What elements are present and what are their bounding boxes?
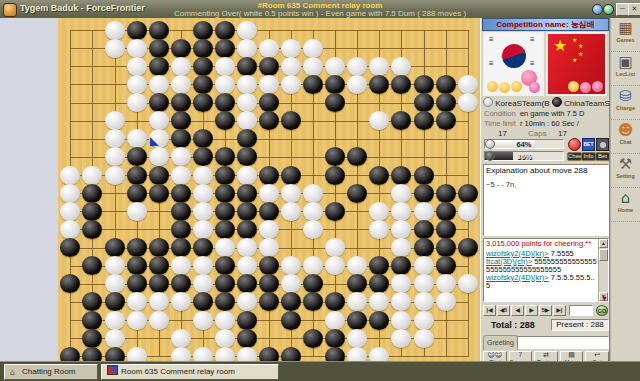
black-stone bbox=[347, 311, 367, 330]
black-stone bbox=[105, 292, 125, 311]
sequence-icon: ? bbox=[510, 352, 532, 359]
black-stone bbox=[414, 238, 434, 257]
white-stone bbox=[281, 256, 301, 275]
greeting-row: Greeting bbox=[483, 335, 609, 350]
white-stone bbox=[105, 39, 125, 58]
black-stone bbox=[127, 238, 147, 257]
chat-message: ttcat(3D)(ch)> 5555555555555555555555555… bbox=[484, 258, 599, 274]
white-stone bbox=[171, 256, 191, 275]
white-stone bbox=[458, 93, 478, 112]
black-stone bbox=[458, 184, 478, 203]
white-stone bbox=[347, 329, 367, 348]
white-stone bbox=[458, 274, 478, 293]
white-stone bbox=[303, 184, 323, 203]
black-stone bbox=[215, 93, 235, 112]
black-stone bbox=[60, 274, 80, 293]
black-cheer-knob[interactable] bbox=[485, 151, 495, 161]
nav-back-button[interactable]: ◀ bbox=[511, 305, 524, 316]
black-stone bbox=[325, 147, 345, 166]
white-stone bbox=[149, 311, 169, 330]
white-stone bbox=[60, 202, 80, 221]
black-stone bbox=[436, 238, 456, 257]
chat-input[interactable] bbox=[517, 336, 609, 349]
black-stone bbox=[237, 147, 257, 166]
white-stone bbox=[193, 274, 213, 293]
explanation-title: Explanation about move 288 bbox=[484, 165, 608, 176]
black-stone bbox=[193, 129, 213, 148]
white-stone bbox=[149, 147, 169, 166]
white-stone bbox=[105, 329, 125, 348]
white-stone bbox=[259, 39, 279, 58]
charge-icon: ⛁ bbox=[611, 88, 640, 105]
black-cheer-bar[interactable]: 36% bbox=[484, 151, 564, 161]
black-stone bbox=[82, 329, 102, 348]
white-stone bbox=[259, 238, 279, 257]
white-stone bbox=[193, 184, 213, 203]
close-button[interactable]: ✕ bbox=[628, 3, 640, 16]
white-stone bbox=[237, 256, 257, 275]
black-stone bbox=[127, 147, 147, 166]
bet-info-icon: BET bbox=[582, 138, 595, 151]
black-stone bbox=[237, 129, 257, 148]
competition-name-header: Competition name: 농심배 bbox=[482, 18, 609, 31]
white-stone bbox=[303, 256, 323, 275]
black-stone bbox=[436, 75, 456, 94]
white-stone bbox=[171, 147, 191, 166]
black-stone bbox=[303, 329, 323, 348]
black-stone bbox=[325, 75, 345, 94]
white-stone bbox=[259, 75, 279, 94]
red-down-arrow-icon: ▼ bbox=[601, 295, 608, 302]
black-stone bbox=[391, 75, 411, 94]
black-stone bbox=[215, 184, 235, 203]
sidebar-leclist-button[interactable]: ▣LecList bbox=[611, 52, 640, 86]
white-stone bbox=[215, 57, 235, 76]
white-stone-icon bbox=[483, 97, 493, 107]
white-captures: 17 bbox=[498, 129, 507, 138]
black-stone bbox=[237, 57, 257, 76]
white-stone bbox=[391, 274, 411, 293]
black-stone bbox=[149, 21, 169, 40]
black-stone bbox=[391, 256, 411, 275]
sidebar-chat-button[interactable]: ☻Chat bbox=[611, 120, 640, 154]
black-stone bbox=[458, 238, 478, 257]
black-stone bbox=[436, 202, 456, 221]
cheer-ball-icon bbox=[568, 138, 581, 151]
chat-username[interactable]: wizofsky2(4D)(kr)> bbox=[486, 273, 549, 282]
white-stone bbox=[458, 75, 478, 94]
white-stone bbox=[281, 57, 301, 76]
white-stone bbox=[105, 147, 125, 166]
scroll-up-icon[interactable]: ▲ bbox=[599, 239, 608, 248]
black-stone bbox=[149, 256, 169, 275]
black-stone bbox=[303, 274, 323, 293]
black-stone bbox=[237, 202, 257, 221]
white-stone bbox=[171, 166, 191, 185]
black-stone bbox=[259, 111, 279, 130]
move-number-input[interactable] bbox=[569, 305, 593, 316]
white-stone bbox=[303, 39, 323, 58]
white-stone bbox=[414, 329, 434, 348]
white-stone bbox=[237, 111, 257, 130]
white-stone bbox=[281, 202, 301, 221]
chat-icon: ☻ bbox=[611, 122, 640, 139]
white-stone bbox=[259, 184, 279, 203]
black-stone bbox=[215, 292, 235, 311]
review-icon: ⇄ bbox=[535, 352, 557, 359]
black-stone bbox=[259, 166, 279, 185]
black-stone bbox=[281, 166, 301, 185]
white-stone bbox=[193, 202, 213, 221]
white-stone bbox=[171, 57, 191, 76]
black-stone bbox=[82, 220, 102, 239]
nav-first-button[interactable]: |◀ bbox=[483, 305, 496, 316]
white-stone bbox=[127, 292, 147, 311]
black-cheer-pct: 36% bbox=[485, 152, 563, 161]
black-stone bbox=[237, 311, 257, 330]
black-stone bbox=[60, 238, 80, 257]
white-stone bbox=[237, 238, 257, 257]
white-stone bbox=[281, 274, 301, 293]
white-stone bbox=[281, 39, 301, 58]
chat-scrollbar[interactable]: ▲ ▼ ▼ bbox=[598, 239, 608, 301]
white-stone bbox=[458, 202, 478, 221]
black-stone bbox=[325, 202, 345, 221]
time-limit-row: Time limit r 10min : 60 Sec / bbox=[484, 119, 608, 129]
white-stone bbox=[193, 220, 213, 239]
black-stone bbox=[215, 166, 235, 185]
black-stone bbox=[149, 39, 169, 58]
sidebar-home-button[interactable]: ⌂Home bbox=[611, 188, 640, 222]
sidebar-setting-button[interactable]: ⚒Setting bbox=[611, 154, 640, 188]
black-stone-icon bbox=[552, 97, 562, 107]
white-stone bbox=[414, 274, 434, 293]
info-button[interactable]: BET Info bbox=[581, 138, 596, 161]
black-stone bbox=[215, 202, 235, 221]
white-stone bbox=[347, 256, 367, 275]
black-stone bbox=[171, 93, 191, 112]
black-stone bbox=[347, 184, 367, 203]
games-icon: ▦ bbox=[611, 20, 640, 37]
black-stone bbox=[82, 256, 102, 275]
black-stone bbox=[414, 184, 434, 203]
go-board[interactable] bbox=[58, 18, 480, 362]
black-stone bbox=[149, 57, 169, 76]
black-stone bbox=[82, 202, 102, 221]
black-stone bbox=[215, 21, 235, 40]
white-stone bbox=[82, 166, 102, 185]
go-button[interactable]: GO bbox=[596, 305, 608, 316]
black-stone bbox=[127, 184, 147, 203]
white-cheer-knob[interactable] bbox=[485, 139, 495, 149]
black-stone bbox=[105, 238, 125, 257]
black-stone bbox=[414, 75, 434, 94]
black-stone bbox=[303, 75, 323, 94]
app-window: Tygem Baduk - ForceFrontier #Room 635 Co… bbox=[0, 0, 640, 381]
black-stone bbox=[281, 292, 301, 311]
white-stone bbox=[149, 111, 169, 130]
black-stone bbox=[193, 93, 213, 112]
greeting-tab[interactable]: Greeting bbox=[483, 335, 518, 350]
black-stone bbox=[127, 21, 147, 40]
sidebar-games-button[interactable]: ▦Games bbox=[611, 18, 640, 52]
white-stone bbox=[303, 220, 323, 239]
black-stone bbox=[391, 111, 411, 130]
white-stone bbox=[105, 256, 125, 275]
black-stone bbox=[259, 93, 279, 112]
game-status-line: Commenting Over( white 0.5 points win ) … bbox=[100, 9, 540, 18]
black-stone bbox=[237, 274, 257, 293]
white-stone bbox=[391, 238, 411, 257]
black-stone bbox=[193, 21, 213, 40]
white-stone bbox=[105, 166, 125, 185]
black-stone bbox=[347, 274, 367, 293]
black-stone bbox=[193, 75, 213, 94]
black-stone bbox=[414, 93, 434, 112]
black-stone bbox=[325, 329, 345, 348]
black-stone bbox=[259, 292, 279, 311]
white-stone bbox=[127, 129, 147, 148]
white-stone bbox=[215, 329, 235, 348]
black-stone bbox=[193, 39, 213, 58]
white-stone bbox=[391, 329, 411, 348]
move-totals: Total : 288 Present : 288 bbox=[483, 319, 609, 332]
white-stone bbox=[237, 39, 257, 58]
white-stone bbox=[193, 256, 213, 275]
black-captures: 17 bbox=[558, 129, 567, 138]
black-stone bbox=[127, 274, 147, 293]
black-stone bbox=[237, 220, 257, 239]
home-icon: ⌂ bbox=[10, 369, 19, 377]
black-stone bbox=[281, 311, 301, 330]
white-stone bbox=[347, 75, 367, 94]
nav-back5-button[interactable]: ◀5 bbox=[497, 305, 510, 316]
white-stone bbox=[369, 292, 389, 311]
white-stone bbox=[215, 75, 235, 94]
white-stone bbox=[281, 75, 301, 94]
scroll-thumb[interactable] bbox=[599, 249, 608, 261]
present-move: Present : 288 bbox=[551, 319, 609, 331]
tab-room-635[interactable]: Room 635 Comment relay room bbox=[101, 364, 279, 380]
cheer-chat-box[interactable]: 3,015,000 points for cheering.** wizofsk… bbox=[483, 238, 609, 302]
white-stone bbox=[127, 93, 147, 112]
white-stone bbox=[369, 220, 389, 239]
white-stone bbox=[391, 57, 411, 76]
black-stone bbox=[259, 274, 279, 293]
china-star-icon: ★ bbox=[553, 36, 567, 55]
black-stone bbox=[193, 57, 213, 76]
white-stone bbox=[127, 57, 147, 76]
white-stone bbox=[325, 238, 345, 257]
nav-forward5-button[interactable]: 5▶ bbox=[539, 305, 552, 316]
condition-row: Condition en game with 7.5 D bbox=[484, 109, 608, 119]
leclist-icon: ▣ bbox=[611, 54, 640, 71]
white-stone bbox=[347, 57, 367, 76]
nav-last-button[interactable]: ▶| bbox=[553, 305, 566, 316]
black-stone bbox=[391, 166, 411, 185]
black-stone bbox=[237, 184, 257, 203]
left-gutter bbox=[0, 18, 58, 362]
white-stone bbox=[60, 184, 80, 203]
korea-flag: ≡ ≡ ≡ ≡ bbox=[483, 32, 544, 96]
black-stone bbox=[215, 147, 235, 166]
white-stone bbox=[414, 256, 434, 275]
white-stone bbox=[414, 292, 434, 311]
white-stone bbox=[105, 311, 125, 330]
black-stone bbox=[215, 274, 235, 293]
black-stone bbox=[436, 93, 456, 112]
blue-orb-icon[interactable] bbox=[592, 4, 603, 15]
black-stone bbox=[193, 147, 213, 166]
white-stone bbox=[369, 202, 389, 221]
white-stone bbox=[325, 57, 345, 76]
quit-icon: ↩ bbox=[586, 352, 608, 359]
setting-icon: ⚒ bbox=[611, 156, 640, 173]
black-stone bbox=[149, 238, 169, 257]
black-stone bbox=[369, 75, 389, 94]
white-stone bbox=[436, 292, 456, 311]
menu-icon: ▤ bbox=[561, 352, 583, 359]
black-stone bbox=[281, 111, 301, 130]
black-stone bbox=[259, 202, 279, 221]
move-navigation: |◀◀5◀▶5▶▶| GO bbox=[483, 305, 609, 317]
black-stone bbox=[325, 292, 345, 311]
white-stone bbox=[127, 39, 147, 58]
white-stone bbox=[237, 292, 257, 311]
chat-message-list: wizofsky2(4D)(kr)> 7.5555ttcat(3D)(ch)> … bbox=[484, 250, 599, 290]
sidebar-charge-button[interactable]: ⛁Charge bbox=[611, 86, 640, 120]
white-stone bbox=[215, 238, 235, 257]
white-stone bbox=[391, 184, 411, 203]
last-move-marker bbox=[150, 137, 159, 146]
white-stone bbox=[127, 75, 147, 94]
black-stone bbox=[82, 311, 102, 330]
black-stone bbox=[414, 220, 434, 239]
black-stone bbox=[171, 129, 191, 148]
taegeuk-icon bbox=[502, 44, 526, 68]
black-stone bbox=[215, 111, 235, 130]
app-icon bbox=[3, 3, 17, 17]
white-stone bbox=[105, 111, 125, 130]
black-stone bbox=[171, 202, 191, 221]
white-stone bbox=[127, 202, 147, 221]
chat-message: wizofsky2(4D)(kr)> 7.5.5.5.55.5..5 bbox=[484, 274, 599, 290]
black-stone bbox=[149, 274, 169, 293]
captures-row: 17 Caps 17 bbox=[484, 129, 608, 138]
white-stone bbox=[391, 292, 411, 311]
black-stone bbox=[259, 256, 279, 275]
black-stone bbox=[82, 184, 102, 203]
white-stone bbox=[60, 166, 80, 185]
black-stone bbox=[436, 256, 456, 275]
bet-button[interactable]: Bet bbox=[595, 138, 610, 161]
white-stone bbox=[281, 184, 301, 203]
black-stone bbox=[171, 274, 191, 293]
black-stone bbox=[259, 57, 279, 76]
black-stone bbox=[149, 166, 169, 185]
white-stone bbox=[325, 256, 345, 275]
nav-forward-button[interactable]: ▶ bbox=[525, 305, 538, 316]
black-stone bbox=[436, 220, 456, 239]
black-stone bbox=[171, 238, 191, 257]
white-stone bbox=[369, 111, 389, 130]
black-stone bbox=[369, 166, 389, 185]
white-stone bbox=[127, 311, 147, 330]
black-stone bbox=[414, 166, 434, 185]
white-stone bbox=[171, 292, 191, 311]
move-explanation-box: Explanation about move 288 ~5 - - 7n, bbox=[483, 164, 609, 236]
chat-username[interactable]: ttcat(3D)(ch)> bbox=[486, 257, 532, 266]
white-stone bbox=[171, 329, 191, 348]
black-stone bbox=[82, 292, 102, 311]
black-stone bbox=[436, 184, 456, 203]
black-stone bbox=[414, 111, 434, 130]
white-cheer-bar[interactable]: 64% bbox=[484, 139, 564, 149]
side-toolbar: ▦Games▣LecList⛁Charge☻Chat⚒Setting⌂Home bbox=[610, 18, 640, 362]
black-stone bbox=[347, 147, 367, 166]
cheer-button[interactable]: Cheer! bbox=[567, 138, 582, 161]
green-orb-icon[interactable] bbox=[603, 4, 614, 15]
black-stone bbox=[149, 93, 169, 112]
black-stone bbox=[303, 292, 323, 311]
explanation-body: ~5 - - 7n, bbox=[484, 176, 608, 193]
black-stone bbox=[193, 292, 213, 311]
white-stone bbox=[193, 311, 213, 330]
black-stone bbox=[193, 238, 213, 257]
team-names-row: KoreaSTeam(B ChinaTeamS(B bbox=[483, 97, 609, 108]
white-stone bbox=[391, 202, 411, 221]
black-stone bbox=[171, 184, 191, 203]
caps-label: Caps bbox=[528, 129, 547, 138]
camera-icon bbox=[596, 138, 609, 151]
white-stone bbox=[303, 57, 323, 76]
game-info-panel: Competition name: 농심배 ≡ ≡ ≡ ≡ ★ ★ ★ ★ ★ bbox=[480, 18, 610, 367]
black-stone bbox=[325, 166, 345, 185]
black-stone bbox=[149, 184, 169, 203]
black-stone bbox=[171, 220, 191, 239]
black-stone bbox=[325, 93, 345, 112]
total-moves: Total : 288 bbox=[491, 320, 535, 330]
bottom-taskbar: ⌂Chatting Room Room 635 Comment relay ro… bbox=[0, 361, 640, 381]
title-bar: Tygem Baduk - ForceFrontier #Room 635 Co… bbox=[0, 0, 640, 19]
black-stone bbox=[215, 39, 235, 58]
black-stone bbox=[127, 166, 147, 185]
white-team-name: KoreaSTeam(B bbox=[495, 99, 549, 108]
black-stone bbox=[171, 39, 191, 58]
chat-icon: ☺☺ bbox=[484, 352, 506, 359]
white-stone bbox=[105, 129, 125, 148]
white-stone bbox=[149, 75, 169, 94]
white-stone bbox=[303, 202, 323, 221]
white-stone bbox=[237, 166, 257, 185]
white-stone bbox=[105, 274, 125, 293]
black-stone bbox=[436, 111, 456, 130]
white-stone bbox=[171, 75, 191, 94]
black-stone bbox=[369, 256, 389, 275]
black-stone bbox=[369, 311, 389, 330]
white-stone bbox=[215, 311, 235, 330]
black-stone bbox=[237, 329, 257, 348]
black-stone bbox=[215, 220, 235, 239]
white-stone bbox=[149, 292, 169, 311]
white-stone bbox=[60, 220, 80, 239]
white-stone bbox=[414, 311, 434, 330]
tab-chatting-room[interactable]: ⌂Chatting Room bbox=[4, 364, 98, 380]
white-cheer-pct: 64% bbox=[485, 140, 563, 149]
black-stone bbox=[127, 256, 147, 275]
white-stone bbox=[391, 220, 411, 239]
white-stone bbox=[193, 166, 213, 185]
